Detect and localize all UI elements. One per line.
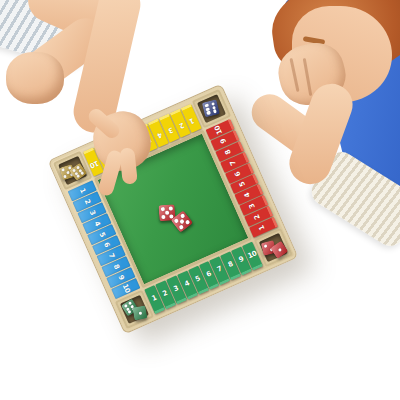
product-photo-scene: 10987654321 12345678910 10987654321 1234… xyxy=(0,0,400,400)
adult-fist xyxy=(6,52,64,104)
adult-player-arms xyxy=(0,0,400,400)
